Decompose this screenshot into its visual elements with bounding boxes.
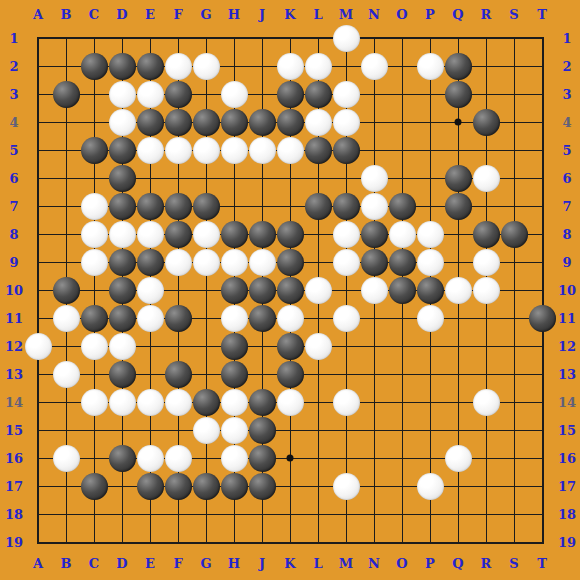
intersection-T14[interactable] [528,388,556,416]
intersection-P6[interactable] [416,164,444,192]
intersection-S10[interactable] [500,276,528,304]
intersection-Q15[interactable] [444,416,472,444]
intersection-F3[interactable] [164,80,192,108]
intersection-B7[interactable] [52,192,80,220]
intersection-P10[interactable] [416,276,444,304]
intersection-O3[interactable] [388,80,416,108]
intersection-N17[interactable] [360,472,388,500]
intersection-Q2[interactable] [444,52,472,80]
intersection-F9[interactable] [164,248,192,276]
intersection-B19[interactable] [52,528,80,556]
intersection-J16[interactable] [248,444,276,472]
intersection-M19[interactable] [332,528,360,556]
intersection-A8[interactable] [24,220,52,248]
intersection-N7[interactable] [360,192,388,220]
intersection-K13[interactable] [276,360,304,388]
intersection-J6[interactable] [248,164,276,192]
intersection-F6[interactable] [164,164,192,192]
intersection-O17[interactable] [388,472,416,500]
intersection-D17[interactable] [108,472,136,500]
intersection-P14[interactable] [416,388,444,416]
intersection-B1[interactable] [52,24,80,52]
intersection-C9[interactable] [80,248,108,276]
intersection-J18[interactable] [248,500,276,528]
intersection-G17[interactable] [192,472,220,500]
intersection-Q18[interactable] [444,500,472,528]
intersection-A12[interactable] [24,332,52,360]
intersection-P7[interactable] [416,192,444,220]
intersection-H7[interactable] [220,192,248,220]
intersection-L2[interactable] [304,52,332,80]
intersection-O16[interactable] [388,444,416,472]
intersection-B5[interactable] [52,136,80,164]
intersection-S18[interactable] [500,500,528,528]
intersection-T13[interactable] [528,360,556,388]
intersection-D14[interactable] [108,388,136,416]
intersection-T5[interactable] [528,136,556,164]
intersection-L5[interactable] [304,136,332,164]
intersection-F12[interactable] [164,332,192,360]
intersection-G4[interactable] [192,108,220,136]
intersection-D3[interactable] [108,80,136,108]
intersection-N11[interactable] [360,304,388,332]
intersection-Q4[interactable] [444,108,472,136]
intersection-S1[interactable] [500,24,528,52]
intersection-R1[interactable] [472,24,500,52]
intersection-Q8[interactable] [444,220,472,248]
intersection-A9[interactable] [24,248,52,276]
intersection-H13[interactable] [220,360,248,388]
intersection-Q17[interactable] [444,472,472,500]
intersection-F7[interactable] [164,192,192,220]
intersection-D12[interactable] [108,332,136,360]
intersection-C11[interactable] [80,304,108,332]
intersection-C18[interactable] [80,500,108,528]
intersection-K6[interactable] [276,164,304,192]
intersection-P19[interactable] [416,528,444,556]
intersection-F13[interactable] [164,360,192,388]
intersection-E19[interactable] [136,528,164,556]
intersection-H6[interactable] [220,164,248,192]
intersection-N12[interactable] [360,332,388,360]
intersection-D18[interactable] [108,500,136,528]
intersection-T9[interactable] [528,248,556,276]
intersection-Q1[interactable] [444,24,472,52]
intersection-L13[interactable] [304,360,332,388]
intersection-M4[interactable] [332,108,360,136]
intersection-M17[interactable] [332,472,360,500]
intersection-R15[interactable] [472,416,500,444]
intersection-S16[interactable] [500,444,528,472]
intersection-L7[interactable] [304,192,332,220]
intersection-C4[interactable] [80,108,108,136]
intersection-K16[interactable] [276,444,304,472]
intersection-A13[interactable] [24,360,52,388]
intersection-P2[interactable] [416,52,444,80]
intersection-F19[interactable] [164,528,192,556]
intersection-A15[interactable] [24,416,52,444]
intersection-A11[interactable] [24,304,52,332]
intersection-K5[interactable] [276,136,304,164]
intersection-A6[interactable] [24,164,52,192]
intersection-N15[interactable] [360,416,388,444]
intersection-G11[interactable] [192,304,220,332]
intersection-G9[interactable] [192,248,220,276]
intersection-B3[interactable] [52,80,80,108]
intersection-M1[interactable] [332,24,360,52]
intersection-E9[interactable] [136,248,164,276]
intersection-H11[interactable] [220,304,248,332]
intersection-K10[interactable] [276,276,304,304]
intersection-J3[interactable] [248,80,276,108]
intersection-H19[interactable] [220,528,248,556]
intersection-N4[interactable] [360,108,388,136]
intersection-T18[interactable] [528,500,556,528]
intersection-B18[interactable] [52,500,80,528]
intersection-D8[interactable] [108,220,136,248]
intersection-L14[interactable] [304,388,332,416]
intersection-P18[interactable] [416,500,444,528]
intersection-M13[interactable] [332,360,360,388]
intersection-B10[interactable] [52,276,80,304]
intersection-M2[interactable] [332,52,360,80]
intersection-L10[interactable] [304,276,332,304]
intersection-C16[interactable] [80,444,108,472]
intersection-G6[interactable] [192,164,220,192]
intersection-T19[interactable] [528,528,556,556]
intersection-P11[interactable] [416,304,444,332]
intersection-E6[interactable] [136,164,164,192]
intersection-D16[interactable] [108,444,136,472]
intersection-O10[interactable] [388,276,416,304]
intersection-J5[interactable] [248,136,276,164]
intersection-G18[interactable] [192,500,220,528]
intersection-R11[interactable] [472,304,500,332]
intersection-K17[interactable] [276,472,304,500]
intersection-F17[interactable] [164,472,192,500]
intersection-A14[interactable] [24,388,52,416]
intersection-M14[interactable] [332,388,360,416]
intersection-A16[interactable] [24,444,52,472]
intersection-B15[interactable] [52,416,80,444]
intersection-F8[interactable] [164,220,192,248]
intersection-L8[interactable] [304,220,332,248]
intersection-N18[interactable] [360,500,388,528]
intersection-M6[interactable] [332,164,360,192]
intersection-Q5[interactable] [444,136,472,164]
intersection-S19[interactable] [500,528,528,556]
intersection-G5[interactable] [192,136,220,164]
intersection-K3[interactable] [276,80,304,108]
intersection-H12[interactable] [220,332,248,360]
intersection-D1[interactable] [108,24,136,52]
intersection-R2[interactable] [472,52,500,80]
intersection-R5[interactable] [472,136,500,164]
intersection-L9[interactable] [304,248,332,276]
intersection-N6[interactable] [360,164,388,192]
intersection-S12[interactable] [500,332,528,360]
intersection-N14[interactable] [360,388,388,416]
intersection-Q9[interactable] [444,248,472,276]
intersection-R10[interactable] [472,276,500,304]
intersection-L16[interactable] [304,444,332,472]
intersection-A10[interactable] [24,276,52,304]
intersection-S5[interactable] [500,136,528,164]
intersection-D15[interactable] [108,416,136,444]
intersection-T3[interactable] [528,80,556,108]
intersection-E12[interactable] [136,332,164,360]
intersection-R12[interactable] [472,332,500,360]
intersection-B11[interactable] [52,304,80,332]
intersection-S2[interactable] [500,52,528,80]
intersection-B12[interactable] [52,332,80,360]
intersection-S8[interactable] [500,220,528,248]
intersection-C1[interactable] [80,24,108,52]
intersection-H5[interactable] [220,136,248,164]
intersection-B6[interactable] [52,164,80,192]
intersection-C19[interactable] [80,528,108,556]
intersection-E1[interactable] [136,24,164,52]
intersection-T11[interactable] [528,304,556,332]
intersection-J10[interactable] [248,276,276,304]
intersection-O12[interactable] [388,332,416,360]
intersection-H16[interactable] [220,444,248,472]
intersection-R8[interactable] [472,220,500,248]
intersection-B9[interactable] [52,248,80,276]
intersection-F15[interactable] [164,416,192,444]
intersection-L6[interactable] [304,164,332,192]
intersection-M18[interactable] [332,500,360,528]
intersection-H3[interactable] [220,80,248,108]
intersection-K11[interactable] [276,304,304,332]
intersection-P17[interactable] [416,472,444,500]
intersection-J19[interactable] [248,528,276,556]
intersection-O5[interactable] [388,136,416,164]
intersection-S13[interactable] [500,360,528,388]
intersection-B4[interactable] [52,108,80,136]
intersection-Q13[interactable] [444,360,472,388]
intersection-C17[interactable] [80,472,108,500]
intersection-M8[interactable] [332,220,360,248]
intersection-B14[interactable] [52,388,80,416]
intersection-K7[interactable] [276,192,304,220]
intersection-G13[interactable] [192,360,220,388]
intersection-E7[interactable] [136,192,164,220]
intersection-J17[interactable] [248,472,276,500]
intersection-E16[interactable] [136,444,164,472]
intersection-M12[interactable] [332,332,360,360]
intersection-A19[interactable] [24,528,52,556]
intersection-F10[interactable] [164,276,192,304]
intersection-O6[interactable] [388,164,416,192]
intersection-E13[interactable] [136,360,164,388]
intersection-E10[interactable] [136,276,164,304]
intersection-J11[interactable] [248,304,276,332]
intersection-L19[interactable] [304,528,332,556]
intersection-C7[interactable] [80,192,108,220]
intersection-S3[interactable] [500,80,528,108]
intersection-G1[interactable] [192,24,220,52]
intersection-F4[interactable] [164,108,192,136]
intersection-N9[interactable] [360,248,388,276]
intersection-G19[interactable] [192,528,220,556]
intersection-D2[interactable] [108,52,136,80]
intersection-T8[interactable] [528,220,556,248]
intersection-D5[interactable] [108,136,136,164]
intersection-P12[interactable] [416,332,444,360]
intersection-J9[interactable] [248,248,276,276]
intersection-Q7[interactable] [444,192,472,220]
intersection-H18[interactable] [220,500,248,528]
intersection-S6[interactable] [500,164,528,192]
intersection-A3[interactable] [24,80,52,108]
intersection-N2[interactable] [360,52,388,80]
intersection-K4[interactable] [276,108,304,136]
intersection-L1[interactable] [304,24,332,52]
intersection-Q6[interactable] [444,164,472,192]
intersection-O11[interactable] [388,304,416,332]
intersection-T6[interactable] [528,164,556,192]
intersection-S17[interactable] [500,472,528,500]
intersection-K19[interactable] [276,528,304,556]
intersection-C5[interactable] [80,136,108,164]
intersection-J7[interactable] [248,192,276,220]
intersection-K15[interactable] [276,416,304,444]
intersection-N3[interactable] [360,80,388,108]
intersection-H4[interactable] [220,108,248,136]
intersection-E11[interactable] [136,304,164,332]
intersection-G12[interactable] [192,332,220,360]
intersection-J2[interactable] [248,52,276,80]
intersection-J4[interactable] [248,108,276,136]
intersection-Q3[interactable] [444,80,472,108]
intersection-R19[interactable] [472,528,500,556]
intersection-D13[interactable] [108,360,136,388]
intersection-O9[interactable] [388,248,416,276]
intersection-D6[interactable] [108,164,136,192]
intersection-P8[interactable] [416,220,444,248]
intersection-D11[interactable] [108,304,136,332]
intersection-N13[interactable] [360,360,388,388]
intersection-C15[interactable] [80,416,108,444]
intersection-K1[interactable] [276,24,304,52]
intersection-P4[interactable] [416,108,444,136]
intersection-G7[interactable] [192,192,220,220]
intersection-F1[interactable] [164,24,192,52]
intersection-L17[interactable] [304,472,332,500]
intersection-D19[interactable] [108,528,136,556]
intersection-D10[interactable] [108,276,136,304]
intersection-J1[interactable] [248,24,276,52]
intersection-S9[interactable] [500,248,528,276]
intersection-R4[interactable] [472,108,500,136]
intersection-K8[interactable] [276,220,304,248]
intersection-A1[interactable] [24,24,52,52]
intersection-G2[interactable] [192,52,220,80]
intersection-C8[interactable] [80,220,108,248]
intersection-L18[interactable] [304,500,332,528]
intersection-O8[interactable] [388,220,416,248]
intersection-R13[interactable] [472,360,500,388]
intersection-L11[interactable] [304,304,332,332]
intersection-M5[interactable] [332,136,360,164]
intersection-O19[interactable] [388,528,416,556]
intersection-J12[interactable] [248,332,276,360]
intersection-K9[interactable] [276,248,304,276]
intersection-E2[interactable] [136,52,164,80]
intersection-R18[interactable] [472,500,500,528]
intersection-G8[interactable] [192,220,220,248]
intersection-T17[interactable] [528,472,556,500]
intersection-E14[interactable] [136,388,164,416]
intersection-J13[interactable] [248,360,276,388]
intersection-N5[interactable] [360,136,388,164]
intersection-P9[interactable] [416,248,444,276]
intersection-S14[interactable] [500,388,528,416]
intersection-S7[interactable] [500,192,528,220]
intersection-E4[interactable] [136,108,164,136]
intersection-F14[interactable] [164,388,192,416]
intersection-R14[interactable] [472,388,500,416]
intersection-S11[interactable] [500,304,528,332]
intersection-E8[interactable] [136,220,164,248]
intersection-O1[interactable] [388,24,416,52]
intersection-K18[interactable] [276,500,304,528]
intersection-D9[interactable] [108,248,136,276]
intersection-N10[interactable] [360,276,388,304]
intersection-F5[interactable] [164,136,192,164]
intersection-A2[interactable] [24,52,52,80]
intersection-M3[interactable] [332,80,360,108]
intersection-H15[interactable] [220,416,248,444]
intersection-P1[interactable] [416,24,444,52]
intersection-G15[interactable] [192,416,220,444]
intersection-M10[interactable] [332,276,360,304]
intersection-A7[interactable] [24,192,52,220]
intersection-L3[interactable] [304,80,332,108]
intersection-C13[interactable] [80,360,108,388]
intersection-B8[interactable] [52,220,80,248]
intersection-J14[interactable] [248,388,276,416]
intersection-A4[interactable] [24,108,52,136]
intersection-B13[interactable] [52,360,80,388]
intersection-H1[interactable] [220,24,248,52]
intersection-H10[interactable] [220,276,248,304]
intersection-C3[interactable] [80,80,108,108]
intersection-F11[interactable] [164,304,192,332]
intersection-B2[interactable] [52,52,80,80]
intersection-O18[interactable] [388,500,416,528]
intersection-Q19[interactable] [444,528,472,556]
intersection-H8[interactable] [220,220,248,248]
intersection-G14[interactable] [192,388,220,416]
intersection-C10[interactable] [80,276,108,304]
intersection-T15[interactable] [528,416,556,444]
intersection-M9[interactable] [332,248,360,276]
intersection-T10[interactable] [528,276,556,304]
intersection-T7[interactable] [528,192,556,220]
intersection-O2[interactable] [388,52,416,80]
intersection-H17[interactable] [220,472,248,500]
intersection-M11[interactable] [332,304,360,332]
intersection-Q10[interactable] [444,276,472,304]
intersection-S15[interactable] [500,416,528,444]
intersection-O4[interactable] [388,108,416,136]
intersection-K14[interactable] [276,388,304,416]
intersection-R3[interactable] [472,80,500,108]
intersection-A5[interactable] [24,136,52,164]
intersection-D4[interactable] [108,108,136,136]
